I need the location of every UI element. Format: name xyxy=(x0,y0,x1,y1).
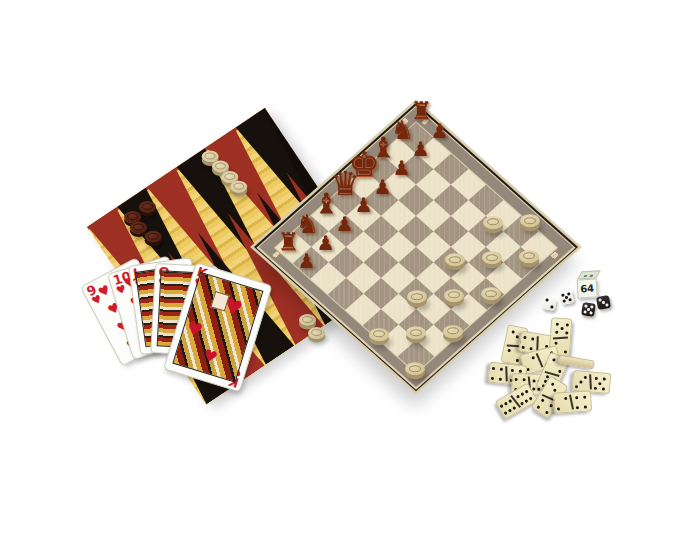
pip-dot xyxy=(550,305,553,308)
pip-dot xyxy=(557,407,560,410)
pip-dot xyxy=(523,336,526,339)
pip-dot xyxy=(503,411,507,415)
pip-dot xyxy=(602,388,605,391)
die-white-2[interactable] xyxy=(541,295,556,310)
pip-dot xyxy=(499,404,503,408)
pip-dot xyxy=(515,335,519,339)
domino-half-top xyxy=(551,319,573,337)
pip-dot xyxy=(507,409,511,413)
pip-dot xyxy=(552,358,556,362)
backgammon-checker-light[interactable] xyxy=(230,181,247,193)
pip-dot xyxy=(594,377,597,380)
backgammon-checker-dark[interactable] xyxy=(144,231,161,243)
backgammon-checker-dark[interactable] xyxy=(130,222,147,234)
doubling-cube[interactable]: 64 xyxy=(576,270,599,299)
pip-dot xyxy=(583,310,586,313)
pip-dot xyxy=(605,303,608,306)
domino-tile-6-6[interactable] xyxy=(494,382,537,419)
pip-dot xyxy=(524,399,528,403)
die-white-5[interactable] xyxy=(558,289,573,304)
domino-tile-4-2[interactable] xyxy=(552,390,591,414)
pip-dot xyxy=(515,358,519,362)
pip-dot xyxy=(583,405,586,408)
pip-dot xyxy=(520,392,524,396)
pip-dot xyxy=(516,395,520,399)
die-black-5[interactable] xyxy=(581,302,596,317)
domino-half-top xyxy=(571,391,589,413)
heart-pip: ♥ xyxy=(184,316,206,341)
pip-dot xyxy=(507,349,511,353)
pip-dot xyxy=(560,327,563,330)
pip-dot xyxy=(528,397,532,401)
domino-half-bottom xyxy=(552,393,570,415)
pip-dot xyxy=(550,382,554,386)
pip-dot xyxy=(510,369,513,372)
pip-dot xyxy=(536,405,540,409)
pip-dot xyxy=(561,293,564,296)
backgammon-checker-light[interactable] xyxy=(308,327,325,339)
pip-dot xyxy=(565,332,568,335)
pip-dot xyxy=(514,378,517,381)
pip-dot xyxy=(512,406,516,410)
pip-dot xyxy=(492,367,495,370)
pip-dot xyxy=(566,323,569,326)
pip-dot xyxy=(548,404,552,408)
pip-dot xyxy=(530,338,533,341)
pip-dot xyxy=(589,311,592,314)
pip-dot xyxy=(575,396,578,399)
pip-dot xyxy=(590,305,593,308)
card-index: 9♥ xyxy=(84,283,98,299)
pip-dot xyxy=(564,295,567,298)
pip-dot xyxy=(574,385,577,388)
pip-dot xyxy=(579,380,582,383)
heart-pip: ♥ xyxy=(201,345,220,367)
pip-dot xyxy=(568,298,571,301)
pip-dot xyxy=(582,396,585,399)
pip-dot xyxy=(524,390,528,394)
pip-dot xyxy=(540,399,544,403)
pip-dot xyxy=(563,397,566,400)
pip-dot xyxy=(508,399,512,403)
pip-dot xyxy=(554,342,557,345)
backgammon-checker-light[interactable] xyxy=(299,314,316,326)
pip-dot xyxy=(531,356,535,360)
pip-dot xyxy=(602,377,605,380)
pip-dot xyxy=(491,376,494,379)
pip-dot xyxy=(520,401,524,405)
pip-dot xyxy=(499,368,502,371)
doubling-cube-value: 64 xyxy=(577,279,598,299)
game-set-product-photo: 9♥9♥♥♥♥♥♥♥♥♥♥10♥10♥♥♥♥♥♥♥♥♥♥♥J♥J♥Q♥Q♥K♥K… xyxy=(0,0,700,539)
pip-dot xyxy=(567,292,570,295)
pip-dot xyxy=(555,322,558,325)
pip-dot xyxy=(521,345,524,348)
pip-dot xyxy=(593,387,596,390)
pip-dot xyxy=(522,379,525,382)
domino-half-bottom xyxy=(487,363,506,386)
pip-dot xyxy=(529,347,532,350)
pip-dot xyxy=(545,298,548,301)
pip-dot xyxy=(532,380,535,383)
pip-dot xyxy=(562,299,565,302)
pip-dot xyxy=(554,331,557,334)
pip-dot xyxy=(498,377,501,380)
pip-dot xyxy=(601,300,604,303)
backgammon-checker-dark[interactable] xyxy=(139,201,156,213)
pip-dot xyxy=(563,350,566,353)
pip-dot xyxy=(587,308,590,311)
pip-dot xyxy=(503,402,507,406)
domino-half-top xyxy=(590,373,609,395)
pip-dot xyxy=(544,410,548,414)
pip-dot xyxy=(511,330,515,334)
pip-dot xyxy=(584,304,587,307)
pip-dot xyxy=(576,406,579,409)
pip-dot xyxy=(583,376,586,379)
pip-dot xyxy=(557,369,561,373)
pip-dot xyxy=(598,382,601,385)
